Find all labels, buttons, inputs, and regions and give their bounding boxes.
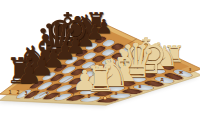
file-label-h: з (188, 68, 191, 72)
rank-label-6: 6 (58, 93, 61, 97)
piece-white-rook-a1[interactable]: ♜ (83, 62, 117, 96)
chess-set-photo: 87654321абвгдежз ♜♞♝♛♚♝♞♜♟♟♟♟♟♟♟♟♟♟♟♟♟♟♟… (0, 0, 200, 134)
rank-label-1: 1 (8, 91, 11, 95)
rank-label-2: 2 (16, 91, 19, 95)
rank-label-5: 5 (45, 93, 48, 97)
rank-label-3: 3 (25, 91, 28, 95)
rank-label-4: 4 (35, 92, 38, 96)
piece-black-pawn-a7[interactable]: ♟ (15, 60, 43, 88)
file-label-g: ж (179, 71, 183, 75)
